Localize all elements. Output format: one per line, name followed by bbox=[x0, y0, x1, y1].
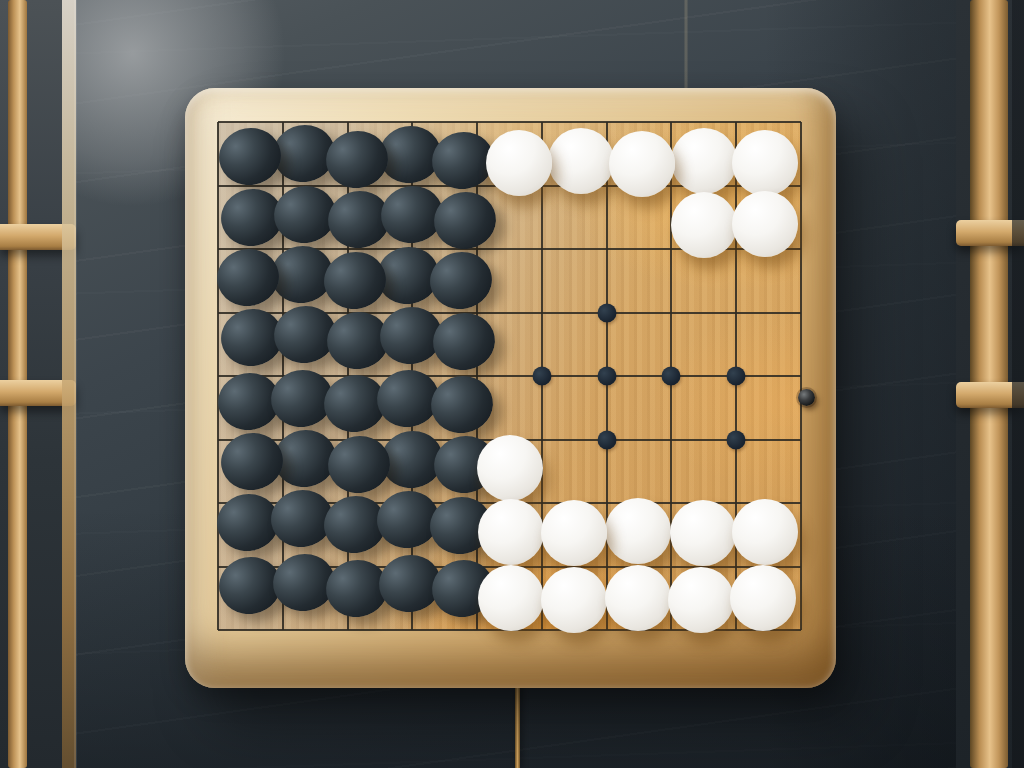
hanger-stick-top bbox=[684, 0, 688, 90]
white-stone[interactable] bbox=[670, 500, 736, 566]
star-point bbox=[597, 367, 616, 386]
left-shelf-unit bbox=[0, 0, 76, 768]
white-stone[interactable] bbox=[730, 565, 796, 631]
black-stone[interactable] bbox=[429, 308, 500, 375]
board-knob bbox=[798, 389, 815, 406]
white-stone[interactable] bbox=[668, 567, 734, 633]
hanger-stick-bottom bbox=[515, 684, 520, 768]
grid-line-horizontal bbox=[218, 121, 801, 123]
black-stone[interactable] bbox=[429, 187, 500, 254]
black-stone[interactable] bbox=[319, 247, 390, 314]
board-surface[interactable] bbox=[218, 122, 801, 630]
star-point bbox=[532, 367, 551, 386]
white-stone[interactable] bbox=[478, 565, 544, 631]
scene bbox=[0, 0, 1024, 768]
go-board bbox=[185, 88, 836, 688]
black-stone[interactable] bbox=[321, 126, 392, 193]
white-stone[interactable] bbox=[671, 128, 737, 194]
white-stone[interactable] bbox=[671, 192, 737, 258]
right-shelf-shadow bbox=[1012, 0, 1024, 768]
white-stone[interactable] bbox=[605, 565, 671, 631]
star-point bbox=[662, 367, 681, 386]
black-stone[interactable] bbox=[215, 123, 286, 190]
black-stone[interactable] bbox=[425, 247, 496, 314]
black-stone[interactable] bbox=[323, 431, 394, 498]
star-point bbox=[597, 430, 616, 449]
white-stone[interactable] bbox=[732, 191, 798, 257]
black-stone[interactable] bbox=[213, 244, 284, 311]
white-stone[interactable] bbox=[609, 131, 675, 197]
white-stone[interactable] bbox=[486, 130, 552, 196]
white-stone[interactable] bbox=[541, 567, 607, 633]
white-stone[interactable] bbox=[477, 435, 543, 501]
white-stone[interactable] bbox=[541, 500, 607, 566]
white-stone[interactable] bbox=[548, 128, 614, 194]
star-point bbox=[727, 367, 746, 386]
white-stone[interactable] bbox=[732, 499, 798, 565]
star-point bbox=[727, 430, 746, 449]
white-stone[interactable] bbox=[605, 498, 671, 564]
slate-seam-left bbox=[74, 0, 77, 768]
right-shelf-unit bbox=[956, 0, 1024, 768]
black-stone[interactable] bbox=[426, 371, 497, 438]
star-point bbox=[597, 303, 616, 322]
white-stone[interactable] bbox=[478, 499, 544, 565]
